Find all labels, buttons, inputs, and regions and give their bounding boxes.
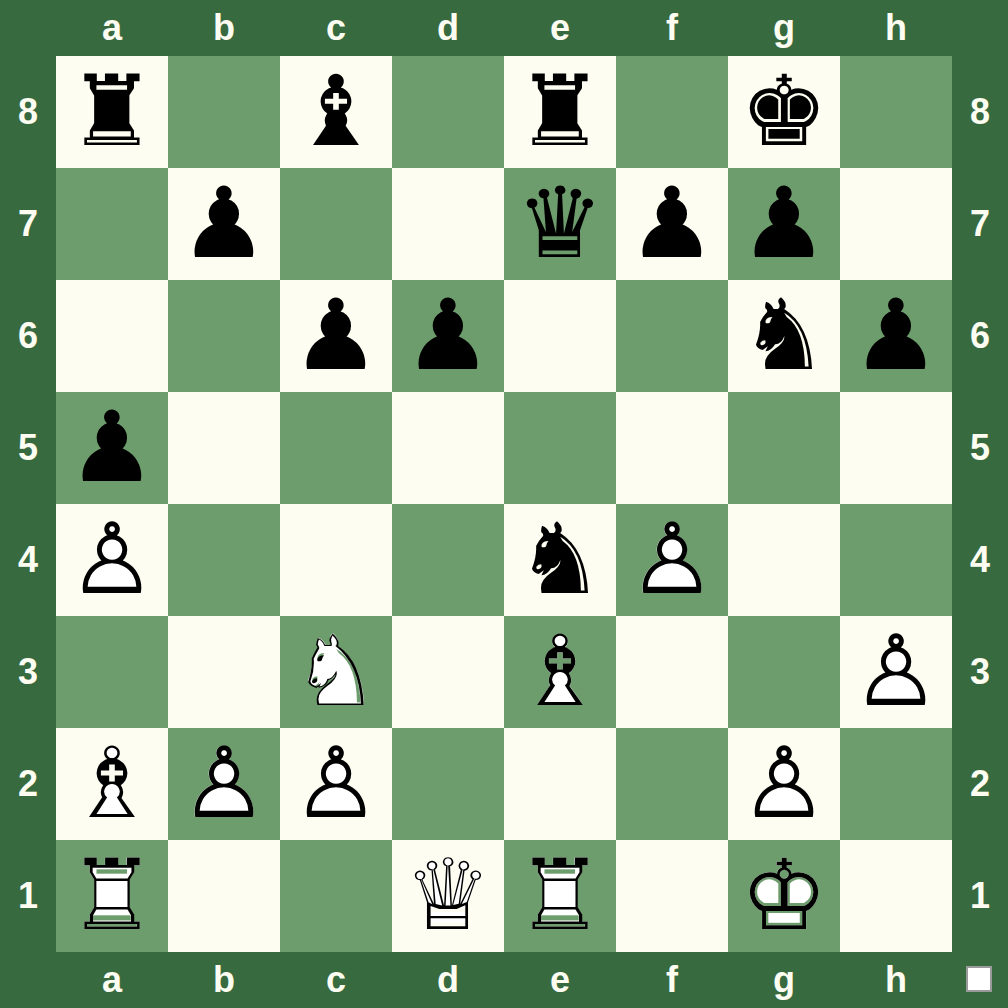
piece-white-rook[interactable]: ♜♖ <box>504 840 616 952</box>
square-e5[interactable] <box>504 392 616 504</box>
piece-white-queen[interactable]: ♛♕ <box>392 840 504 952</box>
square-h5[interactable] <box>840 392 952 504</box>
piece-glyph-outline: ♙ <box>840 616 952 728</box>
border-corner-top-right <box>952 0 1008 56</box>
piece-glyph: ♟ <box>56 392 168 504</box>
square-e3[interactable]: ♝♗ <box>504 616 616 728</box>
rank-label-6: 6 <box>0 280 56 392</box>
piece-black-pawn[interactable]: ♟ <box>280 280 392 392</box>
square-f6[interactable] <box>616 280 728 392</box>
rank-labels-left: 87654321 <box>0 56 56 952</box>
square-c5[interactable] <box>280 392 392 504</box>
piece-glyph-outline: ♖ <box>56 840 168 952</box>
square-a3[interactable] <box>56 616 168 728</box>
piece-glyph-outline: ♘ <box>280 616 392 728</box>
piece-glyph-outline: ♙ <box>728 728 840 840</box>
piece-glyph-outline: ♔ <box>728 840 840 952</box>
file-labels-bottom: abcdefgh <box>56 952 952 1008</box>
piece-white-knight[interactable]: ♞♘ <box>280 616 392 728</box>
square-g6[interactable]: ♞ <box>728 280 840 392</box>
square-f5[interactable] <box>616 392 728 504</box>
piece-black-queen[interactable]: ♛ <box>504 168 616 280</box>
square-e1[interactable]: ♜♖ <box>504 840 616 952</box>
piece-glyph-outline: ♙ <box>56 504 168 616</box>
square-g7[interactable]: ♟ <box>728 168 840 280</box>
piece-glyph-outline: ♙ <box>616 504 728 616</box>
square-a5[interactable]: ♟ <box>56 392 168 504</box>
square-a4[interactable]: ♟♙ <box>56 504 168 616</box>
rank-label-4: 4 <box>0 504 56 616</box>
file-label-g: g <box>728 0 840 56</box>
piece-white-pawn[interactable]: ♟♙ <box>280 728 392 840</box>
square-e8[interactable]: ♜ <box>504 56 616 168</box>
square-d5[interactable] <box>392 392 504 504</box>
square-b3[interactable] <box>168 616 280 728</box>
file-label-d: d <box>392 952 504 1008</box>
piece-black-pawn[interactable]: ♟ <box>840 280 952 392</box>
square-c7[interactable] <box>280 168 392 280</box>
square-f8[interactable] <box>616 56 728 168</box>
square-d1[interactable]: ♛♕ <box>392 840 504 952</box>
piece-black-rook[interactable]: ♜ <box>504 56 616 168</box>
piece-black-king[interactable]: ♚ <box>728 56 840 168</box>
file-label-b: b <box>168 952 280 1008</box>
square-a7[interactable] <box>56 168 168 280</box>
square-g5[interactable] <box>728 392 840 504</box>
piece-glyph-outline: ♗ <box>56 728 168 840</box>
rank-label-2: 2 <box>952 728 1008 840</box>
square-a2[interactable]: ♝♗ <box>56 728 168 840</box>
piece-black-pawn[interactable]: ♟ <box>728 168 840 280</box>
white-to-move-indicator-icon <box>966 966 992 992</box>
square-b4[interactable] <box>168 504 280 616</box>
square-c4[interactable] <box>280 504 392 616</box>
square-f3[interactable] <box>616 616 728 728</box>
chess-board: ♜♝♜♚♟♛♟♟♟♟♞♟♟♟♙♞♟♙♞♘♝♗♟♙♝♗♟♙♟♙♟♙♜♖♛♕♜♖♚♔ <box>56 56 952 952</box>
file-labels-top: abcdefgh <box>56 0 952 56</box>
piece-black-bishop[interactable]: ♝ <box>280 56 392 168</box>
piece-white-pawn[interactable]: ♟♙ <box>728 728 840 840</box>
file-label-a: a <box>56 952 168 1008</box>
piece-white-bishop[interactable]: ♝♗ <box>504 616 616 728</box>
square-b5[interactable] <box>168 392 280 504</box>
file-label-g: g <box>728 952 840 1008</box>
square-g3[interactable] <box>728 616 840 728</box>
square-f1[interactable] <box>616 840 728 952</box>
piece-glyph: ♜ <box>56 56 168 168</box>
square-d7[interactable] <box>392 168 504 280</box>
piece-glyph: ♞ <box>504 504 616 616</box>
square-d2[interactable] <box>392 728 504 840</box>
rank-label-6: 6 <box>952 280 1008 392</box>
piece-white-pawn[interactable]: ♟♙ <box>168 728 280 840</box>
square-d4[interactable] <box>392 504 504 616</box>
piece-white-rook[interactable]: ♜♖ <box>56 840 168 952</box>
piece-white-pawn[interactable]: ♟♙ <box>616 504 728 616</box>
square-d3[interactable] <box>392 616 504 728</box>
rank-label-8: 8 <box>0 56 56 168</box>
square-g4[interactable] <box>728 504 840 616</box>
rank-label-5: 5 <box>0 392 56 504</box>
piece-white-king[interactable]: ♚♔ <box>728 840 840 952</box>
piece-glyph: ♟ <box>280 280 392 392</box>
square-g2[interactable]: ♟♙ <box>728 728 840 840</box>
file-label-f: f <box>616 952 728 1008</box>
rank-label-5: 5 <box>952 392 1008 504</box>
file-label-a: a <box>56 0 168 56</box>
file-label-c: c <box>280 0 392 56</box>
square-g1[interactable]: ♚♔ <box>728 840 840 952</box>
square-c8[interactable]: ♝ <box>280 56 392 168</box>
square-f2[interactable] <box>616 728 728 840</box>
square-e7[interactable]: ♛ <box>504 168 616 280</box>
border-corner-bottom-left <box>0 952 56 1008</box>
square-c2[interactable]: ♟♙ <box>280 728 392 840</box>
square-h3[interactable]: ♟♙ <box>840 616 952 728</box>
piece-black-knight[interactable]: ♞ <box>504 504 616 616</box>
square-d6[interactable]: ♟ <box>392 280 504 392</box>
square-h4[interactable] <box>840 504 952 616</box>
piece-black-pawn[interactable]: ♟ <box>168 168 280 280</box>
piece-black-knight[interactable]: ♞ <box>728 280 840 392</box>
square-c3[interactable]: ♞♘ <box>280 616 392 728</box>
border-corner-top-left <box>0 0 56 56</box>
rank-label-3: 3 <box>0 616 56 728</box>
square-h8[interactable] <box>840 56 952 168</box>
square-b7[interactable]: ♟ <box>168 168 280 280</box>
rank-label-7: 7 <box>952 168 1008 280</box>
square-a1[interactable]: ♜♖ <box>56 840 168 952</box>
piece-glyph: ♝ <box>280 56 392 168</box>
file-label-d: d <box>392 0 504 56</box>
piece-glyph: ♛ <box>504 168 616 280</box>
piece-glyph-outline: ♗ <box>504 616 616 728</box>
piece-glyph: ♟ <box>840 280 952 392</box>
piece-black-pawn[interactable]: ♟ <box>616 168 728 280</box>
file-label-f: f <box>616 0 728 56</box>
rank-label-2: 2 <box>0 728 56 840</box>
piece-black-rook[interactable]: ♜ <box>56 56 168 168</box>
file-label-c: c <box>280 952 392 1008</box>
file-label-h: h <box>840 0 952 56</box>
rank-label-1: 1 <box>952 840 1008 952</box>
rank-labels-right: 87654321 <box>952 56 1008 952</box>
square-b6[interactable] <box>168 280 280 392</box>
rank-label-1: 1 <box>0 840 56 952</box>
piece-glyph: ♞ <box>728 280 840 392</box>
square-c1[interactable] <box>280 840 392 952</box>
file-label-e: e <box>504 952 616 1008</box>
square-d8[interactable] <box>392 56 504 168</box>
square-b2[interactable]: ♟♙ <box>168 728 280 840</box>
piece-black-pawn[interactable]: ♟ <box>392 280 504 392</box>
square-f7[interactable]: ♟ <box>616 168 728 280</box>
piece-glyph-outline: ♕ <box>392 840 504 952</box>
piece-glyph-outline: ♖ <box>504 840 616 952</box>
piece-white-bishop[interactable]: ♝♗ <box>56 728 168 840</box>
piece-glyph: ♟ <box>168 168 280 280</box>
square-h1[interactable] <box>840 840 952 952</box>
square-c6[interactable]: ♟ <box>280 280 392 392</box>
square-a8[interactable]: ♜ <box>56 56 168 168</box>
square-h7[interactable] <box>840 168 952 280</box>
piece-glyph-outline: ♙ <box>280 728 392 840</box>
file-label-b: b <box>168 0 280 56</box>
piece-glyph: ♟ <box>392 280 504 392</box>
square-b1[interactable] <box>168 840 280 952</box>
square-e4[interactable]: ♞ <box>504 504 616 616</box>
piece-glyph: ♟ <box>728 168 840 280</box>
piece-glyph: ♜ <box>504 56 616 168</box>
piece-black-pawn[interactable]: ♟ <box>56 392 168 504</box>
square-b8[interactable] <box>168 56 280 168</box>
square-f4[interactable]: ♟♙ <box>616 504 728 616</box>
rank-label-7: 7 <box>0 168 56 280</box>
file-label-h: h <box>840 952 952 1008</box>
rank-label-4: 4 <box>952 504 1008 616</box>
rank-label-3: 3 <box>952 616 1008 728</box>
square-g8[interactable]: ♚ <box>728 56 840 168</box>
square-e2[interactable] <box>504 728 616 840</box>
piece-glyph-outline: ♙ <box>168 728 280 840</box>
piece-white-pawn[interactable]: ♟♙ <box>840 616 952 728</box>
square-h6[interactable]: ♟ <box>840 280 952 392</box>
piece-glyph: ♚ <box>728 56 840 168</box>
square-e6[interactable] <box>504 280 616 392</box>
piece-glyph: ♟ <box>616 168 728 280</box>
square-h2[interactable] <box>840 728 952 840</box>
chess-diagram: abcdefgh 87654321 ♜♝♜♚♟♛♟♟♟♟♞♟♟♟♙♞♟♙♞♘♝♗… <box>0 0 1008 1008</box>
rank-label-8: 8 <box>952 56 1008 168</box>
piece-white-pawn[interactable]: ♟♙ <box>56 504 168 616</box>
file-label-e: e <box>504 0 616 56</box>
square-a6[interactable] <box>56 280 168 392</box>
